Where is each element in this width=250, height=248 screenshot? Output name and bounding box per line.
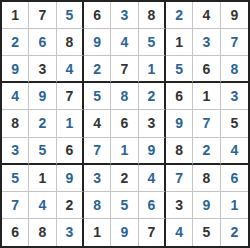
cell-r9c7[interactable]: 4 [166,219,193,246]
cell-r5c2[interactable]: 2 [29,110,56,137]
cell-r5c9[interactable]: 5 [221,110,248,137]
cell-r5c8[interactable]: 7 [193,110,220,137]
cell-r3c3[interactable]: 4 [57,56,84,83]
cell-r4c9[interactable]: 3 [221,83,248,110]
cell-r7c6[interactable]: 4 [139,165,166,192]
cell-r7c1[interactable]: 5 [2,165,29,192]
cell-r3c1[interactable]: 9 [2,56,29,83]
cell-r9c6[interactable]: 7 [139,219,166,246]
cell-r6c1[interactable]: 3 [2,138,29,165]
cell-r4c5[interactable]: 8 [111,83,138,110]
cell-r1c7[interactable]: 2 [166,2,193,29]
cell-r9c8[interactable]: 5 [193,219,220,246]
cell-r9c1[interactable]: 6 [2,219,29,246]
cell-r3c8[interactable]: 6 [193,56,220,83]
cell-r5c3[interactable]: 1 [57,110,84,137]
cell-r9c2[interactable]: 8 [29,219,56,246]
cell-r8c5[interactable]: 5 [111,192,138,219]
cell-r3c5[interactable]: 7 [111,56,138,83]
cell-r5c7[interactable]: 9 [166,110,193,137]
cell-r1c5[interactable]: 3 [111,2,138,29]
cell-r7c8[interactable]: 8 [193,165,220,192]
cell-r3c2[interactable]: 3 [29,56,56,83]
sudoku-board: 1756382492689451379342715684975826138214… [0,0,250,248]
cell-r1c2[interactable]: 7 [29,2,56,29]
cell-r9c4[interactable]: 1 [84,219,111,246]
cell-r4c7[interactable]: 6 [166,83,193,110]
cell-r8c6[interactable]: 6 [139,192,166,219]
cell-r2c5[interactable]: 4 [111,29,138,56]
cell-r1c3[interactable]: 5 [57,2,84,29]
cell-r6c6[interactable]: 9 [139,138,166,165]
cell-r1c6[interactable]: 8 [139,2,166,29]
cell-r5c4[interactable]: 4 [84,110,111,137]
cell-r1c8[interactable]: 4 [193,2,220,29]
cell-r8c8[interactable]: 9 [193,192,220,219]
cell-r8c4[interactable]: 8 [84,192,111,219]
cell-r8c9[interactable]: 1 [221,192,248,219]
cell-r4c6[interactable]: 2 [139,83,166,110]
cell-r2c7[interactable]: 1 [166,29,193,56]
cell-r2c9[interactable]: 7 [221,29,248,56]
cell-r9c9[interactable]: 2 [221,219,248,246]
cell-r5c5[interactable]: 6 [111,110,138,137]
cell-r6c2[interactable]: 5 [29,138,56,165]
cell-r7c3[interactable]: 9 [57,165,84,192]
cell-r4c2[interactable]: 9 [29,83,56,110]
cell-r2c2[interactable]: 6 [29,29,56,56]
cell-r4c1[interactable]: 4 [2,83,29,110]
cell-r9c5[interactable]: 9 [111,219,138,246]
cell-r3c6[interactable]: 1 [139,56,166,83]
cell-r2c3[interactable]: 8 [57,29,84,56]
cell-r7c9[interactable]: 6 [221,165,248,192]
cell-r5c6[interactable]: 3 [139,110,166,137]
cell-r4c8[interactable]: 1 [193,83,220,110]
cell-r8c2[interactable]: 4 [29,192,56,219]
cell-r3c9[interactable]: 8 [221,56,248,83]
cell-r6c3[interactable]: 6 [57,138,84,165]
cell-r7c5[interactable]: 2 [111,165,138,192]
cell-r3c7[interactable]: 5 [166,56,193,83]
cell-r5c1[interactable]: 8 [2,110,29,137]
cell-r8c3[interactable]: 2 [57,192,84,219]
cell-r7c2[interactable]: 1 [29,165,56,192]
cell-r7c4[interactable]: 3 [84,165,111,192]
cell-r4c4[interactable]: 5 [84,83,111,110]
cell-r1c4[interactable]: 6 [84,2,111,29]
cell-r6c4[interactable]: 7 [84,138,111,165]
cell-r7c7[interactable]: 7 [166,165,193,192]
cell-r6c8[interactable]: 2 [193,138,220,165]
cell-r8c1[interactable]: 7 [2,192,29,219]
cell-r1c9[interactable]: 9 [221,2,248,29]
cell-r6c7[interactable]: 8 [166,138,193,165]
cell-r2c8[interactable]: 3 [193,29,220,56]
cell-r2c4[interactable]: 9 [84,29,111,56]
cell-r6c5[interactable]: 1 [111,138,138,165]
cell-r8c7[interactable]: 3 [166,192,193,219]
cell-r6c9[interactable]: 4 [221,138,248,165]
cell-r4c3[interactable]: 7 [57,83,84,110]
cell-r2c1[interactable]: 2 [2,29,29,56]
cell-r2c6[interactable]: 5 [139,29,166,56]
cell-r1c1[interactable]: 1 [2,2,29,29]
cell-r9c3[interactable]: 3 [57,219,84,246]
cell-r3c4[interactable]: 2 [84,56,111,83]
